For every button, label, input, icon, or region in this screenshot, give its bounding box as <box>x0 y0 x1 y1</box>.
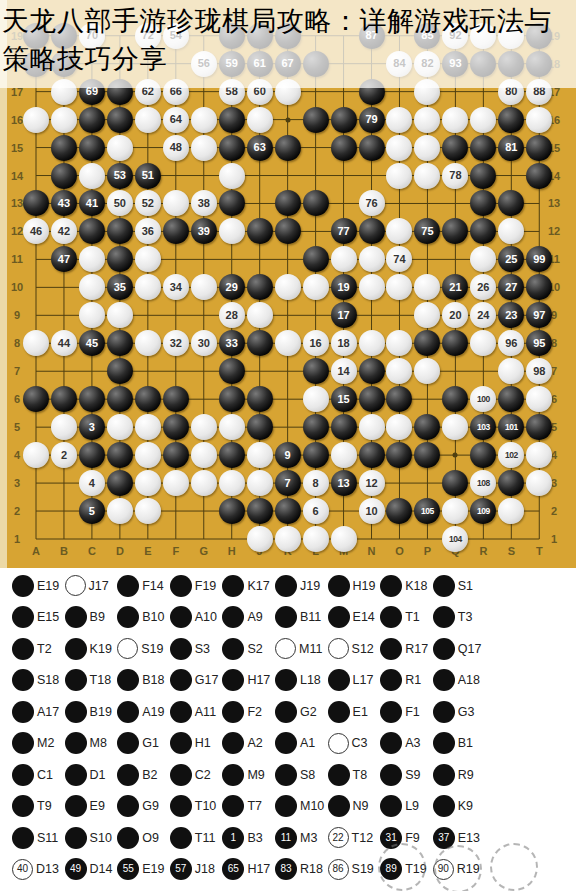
move-list-entry: 37E13 <box>433 827 486 849</box>
move-list-entry: C1 <box>12 764 65 786</box>
move-list-entry: H17 <box>222 669 275 691</box>
coordinate-label: S19 <box>141 642 163 656</box>
coordinate-label: G3 <box>458 705 475 719</box>
black-stone-K13 <box>275 190 301 216</box>
coordinate-label: G17 <box>195 673 219 687</box>
black-stone-M3: 13 <box>331 470 357 496</box>
white-stone-C14 <box>79 163 105 189</box>
black-stone-T15 <box>526 135 552 161</box>
white-stone-K1 <box>275 526 301 552</box>
black-stone-icon <box>380 795 402 817</box>
move-list-entry: M2 <box>12 732 65 754</box>
black-stone-J6 <box>247 386 273 412</box>
black-stone-D16 <box>107 107 133 133</box>
black-stone-M6: 15 <box>331 386 357 412</box>
move-list-row: E19J17F14F19K17J19H19K18S1 <box>0 570 576 602</box>
move-list-entry: A10 <box>170 606 223 628</box>
coordinate-label: F1 <box>405 705 420 719</box>
white-stone-E10 <box>135 274 161 300</box>
black-stone-icon <box>328 606 350 628</box>
black-stone-icon <box>222 606 244 628</box>
coordinate-label: S12 <box>352 642 374 656</box>
black-stone-N15 <box>359 135 385 161</box>
coordinate-label: T3 <box>458 610 473 624</box>
coordinate-label: Q17 <box>458 642 482 656</box>
white-stone-G15 <box>191 135 217 161</box>
move-list-entry: S8 <box>275 764 328 786</box>
black-stone-icon <box>433 575 455 597</box>
move-list-entry: M11 <box>275 638 328 659</box>
black-stone-icon <box>328 764 350 786</box>
black-stone-icon <box>12 575 34 597</box>
white-stone-B16 <box>51 107 77 133</box>
white-stone-G10 <box>191 274 217 300</box>
move-list-entry: S3 <box>170 638 223 660</box>
black-stone-icon <box>380 638 402 660</box>
black-stone-E6 <box>135 386 161 412</box>
black-stone-H15 <box>219 135 245 161</box>
black-stone-C6 <box>79 386 105 412</box>
row-label-left: 2 <box>14 506 20 517</box>
coordinate-label: A9 <box>247 610 262 624</box>
white-stone-H5 <box>219 414 245 440</box>
white-stone-B4: 2 <box>51 442 77 468</box>
white-stone-L6 <box>303 386 329 412</box>
move-list-entry: L17 <box>328 669 381 691</box>
move-list-row: S18T18B18G17H17L18L17R1A18 <box>0 665 576 697</box>
coordinate-label: H1 <box>195 736 211 750</box>
black-stone-M15 <box>331 135 357 161</box>
move-list-entry: 65H17 <box>222 858 275 880</box>
move-list-row: 40D1349D1455E1957J1865H1783R1886S1989T19… <box>0 854 576 886</box>
white-stone-H14 <box>219 163 245 189</box>
move-list-entry: J17 <box>65 575 118 596</box>
black-stone-icon <box>117 827 139 849</box>
coordinate-label: M3 <box>300 831 317 845</box>
coordinate-label: C3 <box>352 736 368 750</box>
white-stone-icon <box>328 733 349 754</box>
white-stone-J16 <box>247 107 273 133</box>
white-stone-icon: 40 <box>12 859 33 880</box>
move-list-entry: B18 <box>117 669 170 691</box>
white-stone-E16 <box>135 107 161 133</box>
black-stone-icon <box>65 606 87 628</box>
coordinate-label: A2 <box>247 736 262 750</box>
hoshi-point <box>285 117 290 122</box>
white-stone-F3 <box>163 470 189 496</box>
black-stone-F6 <box>163 386 189 412</box>
black-stone-J10 <box>247 274 273 300</box>
white-stone-A4 <box>23 442 49 468</box>
black-stone-icon <box>275 764 297 786</box>
black-stone-H4 <box>219 442 245 468</box>
column-label: P <box>424 546 431 557</box>
black-stone-icon: 31 <box>380 827 402 849</box>
move-list-entry: T8 <box>328 764 381 786</box>
white-stone-N2: 10 <box>359 498 385 524</box>
move-list-entry: A9 <box>222 606 275 628</box>
row-label-left: 5 <box>14 422 20 433</box>
black-stone-B14 <box>51 163 77 189</box>
move-list-entry: 49D14 <box>65 858 118 880</box>
coordinate-label: K17 <box>247 579 269 593</box>
coordinate-label: T7 <box>247 799 262 813</box>
column-label: S <box>508 546 515 557</box>
white-stone-F15: 48 <box>163 135 189 161</box>
move-list-row: S11S10O9T111B311M322T1231F937E13 <box>0 822 576 854</box>
go-board: 1122334455667788991010111112121313141415… <box>0 0 576 568</box>
move-list-entry: K9 <box>433 795 486 817</box>
black-stone-icon <box>328 795 350 817</box>
white-stone-A16 <box>23 107 49 133</box>
move-list-entry: K18 <box>380 575 433 597</box>
row-label-left: 9 <box>14 310 20 321</box>
black-stone-S15: 81 <box>498 135 524 161</box>
move-list-entry: C3 <box>328 733 381 754</box>
black-stone-icon <box>380 669 402 691</box>
coordinate-label: M10 <box>300 799 324 813</box>
coordinate-label: E14 <box>353 610 375 624</box>
move-list-entry: G1 <box>117 732 170 754</box>
white-stone-L3: 8 <box>303 470 329 496</box>
black-stone-N6 <box>359 386 385 412</box>
coordinate-label: N9 <box>353 799 369 813</box>
black-stone-icon <box>117 732 139 754</box>
white-stone-G3 <box>191 470 217 496</box>
move-list-row: E15B9B10A10A9B11E14T1T3 <box>0 602 576 634</box>
coordinate-label: J19 <box>300 579 320 593</box>
black-stone-D3 <box>107 470 133 496</box>
black-stone-J5 <box>247 414 273 440</box>
black-stone-icon <box>433 732 455 754</box>
column-label: H <box>228 546 236 557</box>
black-stone-R14 <box>470 163 496 189</box>
black-stone-icon <box>170 606 192 628</box>
move-list-entry: R1 <box>380 669 433 691</box>
move-list-entry: K19 <box>65 638 118 660</box>
black-stone-D8 <box>107 330 133 356</box>
black-stone-icon <box>65 638 87 660</box>
coordinate-label: E15 <box>37 610 59 624</box>
white-stone-J9 <box>247 302 273 328</box>
column-label: G <box>199 546 208 557</box>
black-stone-L11 <box>303 246 329 272</box>
black-stone-D7 <box>107 358 133 384</box>
black-stone-icon <box>433 638 455 660</box>
coordinate-label: C2 <box>195 768 211 782</box>
move-list-entry: S2 <box>222 638 275 660</box>
coordinate-label: D1 <box>90 768 106 782</box>
black-stone-icon <box>65 669 87 691</box>
black-stone-icon: 1 <box>222 827 244 849</box>
coordinate-label: R18 <box>300 862 323 876</box>
coordinate-label: S9 <box>405 768 420 782</box>
coordinate-label: M11 <box>299 642 322 656</box>
move-list-entry: F2 <box>222 701 275 723</box>
white-stone-F16: 64 <box>163 107 189 133</box>
move-list-entry: C2 <box>170 764 223 786</box>
black-stone-icon <box>380 606 402 628</box>
coordinate-label: E19 <box>37 579 59 593</box>
black-stone-icon <box>170 764 192 786</box>
black-stone-icon <box>222 701 244 723</box>
coordinate-label: A19 <box>142 705 164 719</box>
black-stone-C8: 45 <box>79 330 105 356</box>
move-list-entry: S12 <box>328 638 381 659</box>
move-list-entry: T18 <box>65 669 118 691</box>
coordinate-label: E9 <box>90 799 105 813</box>
move-list: E19J17F14F19K17J19H19K18S1E15B9B10A10A9B… <box>0 570 576 891</box>
coordinate-label: B1 <box>458 736 473 750</box>
black-stone-icon <box>433 606 455 628</box>
coordinate-label: F2 <box>247 705 262 719</box>
black-stone-icon <box>12 606 34 628</box>
column-label: N <box>368 546 376 557</box>
coordinate-label: T1 <box>405 610 420 624</box>
coordinate-label: S10 <box>90 831 112 845</box>
move-list-entry: S9 <box>380 764 433 786</box>
black-stone-K4: 9 <box>275 442 301 468</box>
white-stone-O16 <box>386 107 412 133</box>
move-list-entry: 57J18 <box>170 858 223 880</box>
coordinate-label: G1 <box>142 736 159 750</box>
white-stone-L1 <box>303 526 329 552</box>
white-stone-J3 <box>247 470 273 496</box>
white-stone-H3 <box>219 470 245 496</box>
black-stone-K3: 7 <box>275 470 301 496</box>
white-stone-M1 <box>331 526 357 552</box>
move-list-entry: R17 <box>380 638 433 660</box>
coordinate-label: S3 <box>195 642 210 656</box>
move-list-row: T9E9G9T10T7M10N9L9K9 <box>0 791 576 823</box>
coordinate-label: M8 <box>90 736 107 750</box>
coordinate-label: S8 <box>300 768 315 782</box>
coordinate-label: C1 <box>37 768 53 782</box>
move-list-row: A17B19A19A11F2G2E1F1G3 <box>0 696 576 728</box>
black-stone-icon <box>170 638 192 660</box>
black-stone-H10: 29 <box>219 274 245 300</box>
black-stone-icon <box>222 638 244 660</box>
black-stone-icon <box>12 827 34 849</box>
move-list-entry: M10 <box>275 795 328 817</box>
black-stone-icon <box>117 795 139 817</box>
move-list-entry: 11M3 <box>275 827 328 849</box>
black-stone-icon <box>170 827 192 849</box>
coordinate-label: B3 <box>247 831 262 845</box>
black-stone-icon <box>328 701 350 723</box>
black-stone-icon <box>117 606 139 628</box>
coordinate-label: T18 <box>90 673 112 687</box>
coordinate-label: F19 <box>195 579 217 593</box>
black-stone-icon <box>170 795 192 817</box>
black-stone-C2: 5 <box>79 498 105 524</box>
black-stone-C16 <box>79 107 105 133</box>
move-list-entry: 90R19 <box>433 859 486 880</box>
black-stone-D14: 53 <box>107 163 133 189</box>
coordinate-label: A11 <box>195 705 216 719</box>
coordinate-label: M2 <box>37 736 54 750</box>
coordinate-label: K9 <box>458 799 473 813</box>
black-stone-N4 <box>359 442 385 468</box>
move-list-entry: L18 <box>275 669 328 691</box>
row-label-left: 7 <box>14 366 20 377</box>
black-stone-icon <box>275 575 297 597</box>
white-stone-N13: 76 <box>359 190 385 216</box>
white-stone-icon: 90 <box>433 859 454 880</box>
white-stone-icon <box>275 638 296 659</box>
white-stone-N10 <box>359 274 385 300</box>
move-list-entry: B2 <box>117 764 170 786</box>
white-stone-P16 <box>414 107 440 133</box>
black-stone-icon <box>12 764 34 786</box>
move-list-entry: E9 <box>65 795 118 817</box>
move-list-entry: S10 <box>65 827 118 849</box>
white-stone-icon <box>328 638 349 659</box>
black-stone-icon <box>380 575 402 597</box>
white-stone-D5 <box>107 414 133 440</box>
coordinate-label: M9 <box>247 768 264 782</box>
coordinate-label: A17 <box>37 705 59 719</box>
white-stone-L10 <box>303 274 329 300</box>
black-stone-icon <box>222 732 244 754</box>
black-stone-icon <box>12 638 34 660</box>
black-stone-K2 <box>275 498 301 524</box>
move-list-entry: T1 <box>380 606 433 628</box>
black-stone-icon <box>117 669 139 691</box>
white-stone-E3 <box>135 470 161 496</box>
black-stone-C4 <box>79 442 105 468</box>
move-list-entry: F14 <box>117 575 170 597</box>
coordinate-label: A3 <box>405 736 420 750</box>
white-stone-N3: 12 <box>359 470 385 496</box>
black-stone-L4 <box>303 442 329 468</box>
black-stone-icon <box>222 795 244 817</box>
coordinate-label: B11 <box>300 610 321 624</box>
black-stone-icon <box>170 701 192 723</box>
move-list-entry: T3 <box>433 606 486 628</box>
row-label-left: 14 <box>11 170 23 181</box>
move-list-entry: Q17 <box>433 638 486 660</box>
black-stone-N7 <box>359 358 385 384</box>
coordinate-label: K18 <box>405 579 427 593</box>
move-list-entry: 1B3 <box>222 827 275 849</box>
white-stone-N11 <box>359 246 385 272</box>
white-stone-P15 <box>414 135 440 161</box>
black-stone-H2 <box>219 498 245 524</box>
coordinate-label: R9 <box>458 768 474 782</box>
row-label-right: 2 <box>551 506 557 517</box>
black-stone-icon <box>380 701 402 723</box>
black-stone-icon: 55 <box>117 858 139 880</box>
move-list-entry: D1 <box>65 764 118 786</box>
coordinate-label: J18 <box>195 862 215 876</box>
move-list-entry: F19 <box>170 575 223 597</box>
white-stone-M8: 18 <box>331 330 357 356</box>
black-stone-icon <box>170 732 192 754</box>
coordinate-label: H17 <box>247 673 270 687</box>
black-stone-B6 <box>51 386 77 412</box>
page-title: 天龙八部手游珍珑棋局攻略：详解游戏玩法与策略技巧分享 <box>2 2 574 78</box>
white-stone-icon: 86 <box>328 859 349 880</box>
black-stone-icon: 65 <box>222 858 244 880</box>
column-label: F <box>172 546 179 557</box>
coordinate-label: L9 <box>405 799 419 813</box>
row-label-left: 16 <box>11 114 23 125</box>
white-stone-J4 <box>247 442 273 468</box>
black-stone-icon <box>275 795 297 817</box>
coordinate-label: S11 <box>37 831 58 845</box>
white-stone-T16 <box>526 107 552 133</box>
black-stone-icon <box>433 795 455 817</box>
black-stone-L7 <box>303 358 329 384</box>
move-list-entry: T9 <box>12 795 65 817</box>
black-stone-icon <box>433 701 455 723</box>
white-stone-E8 <box>135 330 161 356</box>
coordinate-label: S18 <box>37 673 59 687</box>
black-stone-icon: 49 <box>65 858 87 880</box>
coordinate-label: D14 <box>90 862 113 876</box>
move-list-entry: A11 <box>170 701 223 723</box>
coordinate-label: A1 <box>300 736 315 750</box>
black-stone-M9: 17 <box>331 302 357 328</box>
coordinate-label: H19 <box>353 579 376 593</box>
row-label-right: 12 <box>548 226 560 237</box>
white-stone-C3: 4 <box>79 470 105 496</box>
move-list-entry: B10 <box>117 606 170 628</box>
row-label-left: 12 <box>11 226 23 237</box>
black-stone-icon <box>433 764 455 786</box>
black-stone-icon <box>380 764 402 786</box>
black-stone-icon <box>328 669 350 691</box>
white-stone-J1 <box>247 526 273 552</box>
coordinate-label: L18 <box>300 673 321 687</box>
move-list-entry: S11 <box>12 827 65 849</box>
black-stone-icon: 83 <box>275 858 297 880</box>
move-list-entry: 22T12 <box>328 827 381 848</box>
column-label: C <box>88 546 96 557</box>
white-stone-E4 <box>135 442 161 468</box>
coordinate-label: E1 <box>353 705 368 719</box>
column-label: D <box>116 546 124 557</box>
coordinate-label: T8 <box>353 768 368 782</box>
move-list-entry: H19 <box>328 575 381 597</box>
black-stone-F4 <box>163 442 189 468</box>
coordinate-label: R1 <box>405 673 421 687</box>
move-list-entry: M8 <box>65 732 118 754</box>
coordinate-label: D13 <box>36 862 59 876</box>
move-list-entry: E15 <box>12 606 65 628</box>
black-stone-icon <box>170 575 192 597</box>
black-stone-icon <box>222 669 244 691</box>
move-list-entry: A3 <box>380 732 433 754</box>
move-list-entry: G3 <box>433 701 486 723</box>
black-stone-icon <box>117 575 139 597</box>
coordinate-label: S19 <box>352 862 374 876</box>
white-stone-D2 <box>107 498 133 524</box>
black-stone-icon <box>433 669 455 691</box>
coordinate-label: T19 <box>405 862 427 876</box>
move-list-entry: A1 <box>275 732 328 754</box>
white-stone-icon <box>65 575 86 596</box>
coordinate-label: B2 <box>142 768 157 782</box>
white-stone-D15 <box>107 135 133 161</box>
black-stone-icon <box>275 701 297 723</box>
coordinate-label: T2 <box>37 642 52 656</box>
black-stone-R15 <box>470 135 496 161</box>
white-stone-N5 <box>359 414 385 440</box>
black-stone-icon <box>65 701 87 723</box>
coordinate-label: L17 <box>353 673 374 687</box>
